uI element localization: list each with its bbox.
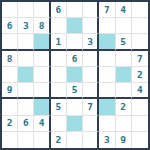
- cell-r5c7[interactable]: [99, 67, 115, 83]
- cell-r1c5[interactable]: [67, 2, 83, 18]
- cell-r1c2[interactable]: [18, 2, 34, 18]
- cell-r5c8[interactable]: [116, 67, 132, 83]
- cell-r4c3[interactable]: [34, 51, 50, 67]
- cell-r5c3[interactable]: [34, 67, 50, 83]
- cell-r2c1[interactable]: 6: [2, 18, 18, 34]
- cell-r7c7[interactable]: [99, 99, 115, 115]
- cell-r6c4[interactable]: [51, 83, 67, 99]
- cell-r3c8[interactable]: 5: [116, 34, 132, 50]
- cell-r7c5[interactable]: [67, 99, 83, 115]
- cell-r8c5[interactable]: [67, 116, 83, 132]
- cell-r5c6[interactable]: [83, 67, 99, 83]
- cell-r4c5[interactable]: 6: [67, 51, 83, 67]
- cell-r4c8[interactable]: [116, 51, 132, 67]
- cell-r2c7[interactable]: [99, 18, 115, 34]
- sudoku-board: 6746381358672954572264239: [0, 0, 150, 150]
- cell-r7c6[interactable]: 7: [83, 99, 99, 115]
- cell-r7c9[interactable]: [132, 99, 148, 115]
- cell-r8c9[interactable]: [132, 116, 148, 132]
- cell-r9c6[interactable]: [83, 132, 99, 148]
- cell-r7c2[interactable]: [18, 99, 34, 115]
- cell-r6c9[interactable]: 4: [132, 83, 148, 99]
- cell-r4c2[interactable]: [18, 51, 34, 67]
- cell-r9c4[interactable]: 2: [51, 132, 67, 148]
- cell-r3c5[interactable]: [67, 34, 83, 50]
- cell-r8c2[interactable]: 6: [18, 116, 34, 132]
- cell-r2c9[interactable]: [132, 18, 148, 34]
- cell-r1c7[interactable]: 7: [99, 2, 115, 18]
- cell-r5c9[interactable]: 2: [132, 67, 148, 83]
- cell-r5c4[interactable]: [51, 67, 67, 83]
- cell-r2c2[interactable]: 3: [18, 18, 34, 34]
- cell-r1c8[interactable]: 4: [116, 2, 132, 18]
- cell-r8c6[interactable]: [83, 116, 99, 132]
- cell-r3c6[interactable]: 3: [83, 34, 99, 50]
- cell-r4c9[interactable]: 7: [132, 51, 148, 67]
- cell-r2c5[interactable]: [67, 18, 83, 34]
- cell-r2c8[interactable]: [116, 18, 132, 34]
- cell-r1c6[interactable]: [83, 2, 99, 18]
- cell-r4c4[interactable]: [51, 51, 67, 67]
- cell-r8c3[interactable]: 4: [34, 116, 50, 132]
- cell-r9c2[interactable]: [18, 132, 34, 148]
- cell-r3c9[interactable]: [132, 34, 148, 50]
- cell-r7c8[interactable]: 2: [116, 99, 132, 115]
- cell-r4c7[interactable]: [99, 51, 115, 67]
- cell-r3c4[interactable]: 1: [51, 34, 67, 50]
- cell-r8c4[interactable]: [51, 116, 67, 132]
- cell-r3c2[interactable]: [18, 34, 34, 50]
- cell-r1c1[interactable]: [2, 2, 18, 18]
- cell-r6c8[interactable]: [116, 83, 132, 99]
- cell-r7c1[interactable]: [2, 99, 18, 115]
- cell-r2c3[interactable]: 8: [34, 18, 50, 34]
- cell-r6c7[interactable]: [99, 83, 115, 99]
- cell-r2c4[interactable]: [51, 18, 67, 34]
- cell-r1c9[interactable]: [132, 2, 148, 18]
- cell-r9c3[interactable]: [34, 132, 50, 148]
- cell-r9c8[interactable]: 9: [116, 132, 132, 148]
- cell-r6c5[interactable]: 5: [67, 83, 83, 99]
- cell-r4c1[interactable]: 8: [2, 51, 18, 67]
- cell-r8c1[interactable]: 2: [2, 116, 18, 132]
- cell-r8c7[interactable]: [99, 116, 115, 132]
- cell-r6c6[interactable]: [83, 83, 99, 99]
- cell-r6c1[interactable]: 9: [2, 83, 18, 99]
- cell-r7c3[interactable]: [34, 99, 50, 115]
- cell-r9c9[interactable]: [132, 132, 148, 148]
- cell-r9c7[interactable]: 3: [99, 132, 115, 148]
- cell-r3c7[interactable]: [99, 34, 115, 50]
- cell-r5c1[interactable]: [2, 67, 18, 83]
- cell-r6c3[interactable]: [34, 83, 50, 99]
- cell-r9c5[interactable]: [67, 132, 83, 148]
- cell-r4c6[interactable]: [83, 51, 99, 67]
- cell-r6c2[interactable]: [18, 83, 34, 99]
- cell-r5c2[interactable]: [18, 67, 34, 83]
- cell-r5c5[interactable]: [67, 67, 83, 83]
- cell-r7c4[interactable]: 5: [51, 99, 67, 115]
- cell-r3c1[interactable]: [2, 34, 18, 50]
- cell-r9c1[interactable]: [2, 132, 18, 148]
- cell-r1c3[interactable]: [34, 2, 50, 18]
- cell-r8c8[interactable]: [116, 116, 132, 132]
- cell-r2c6[interactable]: [83, 18, 99, 34]
- cell-r1c4[interactable]: 6: [51, 2, 67, 18]
- cell-r3c3[interactable]: [34, 34, 50, 50]
